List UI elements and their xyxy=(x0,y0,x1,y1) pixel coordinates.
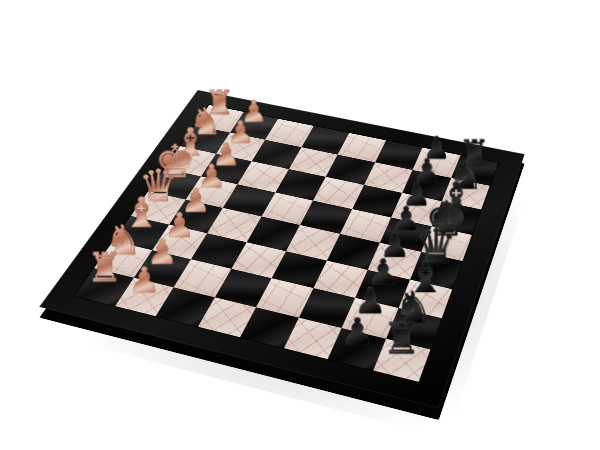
black-rook-glyph: ♜ xyxy=(383,319,422,360)
chess-board: ♜♟♞♟♝♟♟♜♚♟♟♞♛♟♟♝♝♟♟♚♞♟♟♛♜♟♟♝♟♞♟♜ xyxy=(39,90,525,409)
piece-white-pawn-a2[interactable]: ♟ xyxy=(104,207,185,297)
piece-black-rook-a8[interactable]: ♜ xyxy=(359,265,445,360)
white-pawn-glyph: ♟ xyxy=(129,263,161,297)
product-photo-scene: ♜♟♞♟♝♟♟♜♚♟♟♞♛♟♟♝♝♟♟♚♞♟♟♛♜♟♟♝♟♞♟♜ xyxy=(0,0,600,450)
